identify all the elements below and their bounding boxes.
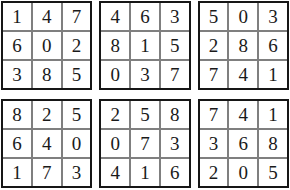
cell-r2c1[interactable]: 8 [101,32,129,59]
cell-r3c1[interactable]: 7 [200,61,228,88]
puzzle-board-5: 2 5 8 0 7 3 4 1 6 [99,99,190,188]
cell-r1c3[interactable]: 3 [259,3,287,30]
cell-r2c3[interactable]: 8 [259,130,287,157]
cell-r1c1[interactable]: 4 [101,3,129,30]
cell-r2c1[interactable]: 6 [3,130,31,157]
cell-r2c1[interactable]: 0 [101,130,129,157]
cell-r1c2[interactable]: 4 [229,101,257,128]
cell-r1c2[interactable]: 6 [131,3,159,30]
cell-r2c3[interactable]: 5 [161,32,189,59]
cell-r2c1[interactable]: 3 [200,130,228,157]
cell-r3c2[interactable]: 0 [229,159,257,186]
cell-r1c3[interactable]: 1 [259,101,287,128]
cell-r2c2[interactable]: 6 [229,130,257,157]
cell-r1c3[interactable]: 7 [63,3,91,30]
cell-r3c3[interactable]: 3 [63,159,91,186]
cell-r3c2[interactable]: 8 [33,61,61,88]
cell-r1c3[interactable]: 5 [63,101,91,128]
cell-r1c1[interactable]: 1 [3,3,31,30]
cell-r2c3[interactable]: 2 [63,32,91,59]
cell-r2c3[interactable]: 6 [259,32,287,59]
puzzle-board-6: 7 4 1 3 6 8 2 0 5 [198,99,289,188]
cell-r2c3[interactable]: 0 [63,130,91,157]
cell-r1c3[interactable]: 3 [161,3,189,30]
cell-r2c3[interactable]: 3 [161,130,189,157]
cell-r3c2[interactable]: 3 [131,61,159,88]
puzzle-boards-grid: 1 4 7 6 0 2 3 8 5 4 6 3 8 1 5 0 3 7 5 0 … [0,0,290,190]
cell-r1c2[interactable]: 2 [33,101,61,128]
puzzle-board-1: 1 4 7 6 0 2 3 8 5 [1,1,92,90]
cell-r3c1[interactable]: 1 [3,159,31,186]
cell-r1c1[interactable]: 2 [101,101,129,128]
puzzle-board-4: 8 2 5 6 4 0 1 7 3 [1,99,92,188]
cell-r3c1[interactable]: 0 [101,61,129,88]
cell-r3c3[interactable]: 7 [161,61,189,88]
cell-r3c3[interactable]: 5 [259,159,287,186]
cell-r1c1[interactable]: 7 [200,101,228,128]
cell-r2c2[interactable]: 8 [229,32,257,59]
cell-r2c1[interactable]: 2 [200,32,228,59]
cell-r3c3[interactable]: 5 [63,61,91,88]
cell-r2c2[interactable]: 0 [33,32,61,59]
puzzle-board-3: 5 0 3 2 8 6 7 4 1 [198,1,289,90]
cell-r2c2[interactable]: 7 [131,130,159,157]
cell-r3c2[interactable]: 4 [229,61,257,88]
cell-r3c1[interactable]: 4 [101,159,129,186]
cell-r1c2[interactable]: 5 [131,101,159,128]
cell-r3c1[interactable]: 2 [200,159,228,186]
cell-r1c3[interactable]: 8 [161,101,189,128]
cell-r3c1[interactable]: 3 [3,61,31,88]
cell-r1c2[interactable]: 4 [33,3,61,30]
cell-r1c2[interactable]: 0 [229,3,257,30]
cell-r3c2[interactable]: 7 [33,159,61,186]
puzzle-board-2: 4 6 3 8 1 5 0 3 7 [99,1,190,90]
cell-r1c1[interactable]: 5 [200,3,228,30]
cell-r3c3[interactable]: 6 [161,159,189,186]
cell-r2c2[interactable]: 1 [131,32,159,59]
cell-r2c2[interactable]: 4 [33,130,61,157]
cell-r3c2[interactable]: 1 [131,159,159,186]
cell-r1c1[interactable]: 8 [3,101,31,128]
cell-r2c1[interactable]: 6 [3,32,31,59]
cell-r3c3[interactable]: 1 [259,61,287,88]
